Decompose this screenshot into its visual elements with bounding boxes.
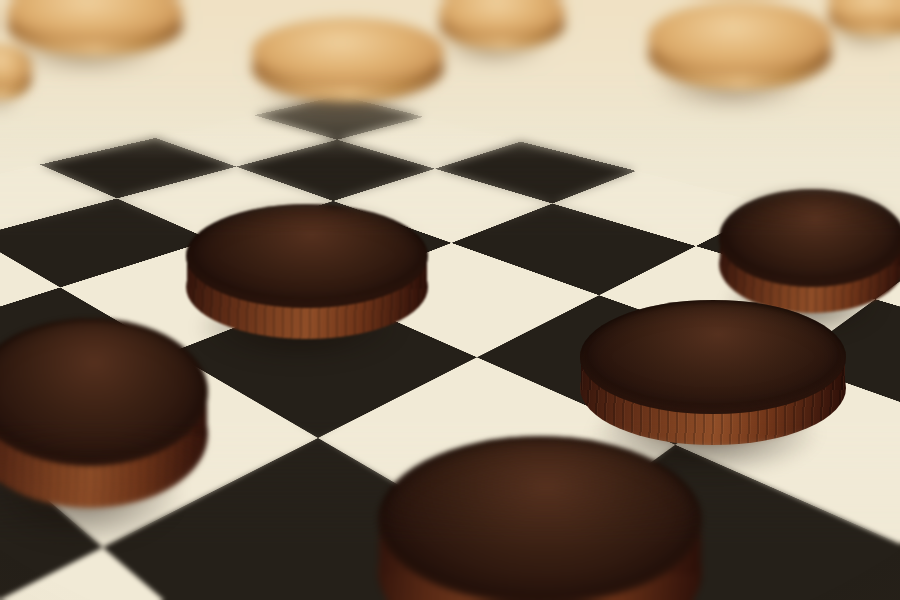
piece-top-face — [252, 18, 444, 86]
piece-top-face — [186, 204, 428, 308]
dark-checker-piece-r4c3[interactable] — [0, 318, 208, 508]
piece-top-face — [719, 189, 900, 287]
light-checker-piece-r1c4[interactable] — [439, 0, 565, 50]
dark-checker-piece-r5c4[interactable] — [378, 436, 702, 600]
checkers-photo-stage — [0, 0, 900, 600]
dark-checker-piece-r4c5[interactable] — [580, 300, 846, 445]
light-checker-piece-r2c5[interactable] — [648, 2, 832, 90]
pieces-layer — [0, 0, 900, 600]
dark-checker-piece-r3c6[interactable] — [719, 189, 900, 313]
piece-top-face — [648, 2, 832, 74]
piece-top-face — [378, 436, 702, 600]
light-checker-piece-r1c6[interactable] — [828, 0, 900, 36]
piece-top-face — [580, 300, 846, 414]
dark-checker-piece-r3c4[interactable] — [186, 204, 428, 339]
light-checker-piece-r1c2[interactable] — [7, 0, 183, 56]
light-checker-piece-r2c3[interactable] — [252, 18, 444, 102]
